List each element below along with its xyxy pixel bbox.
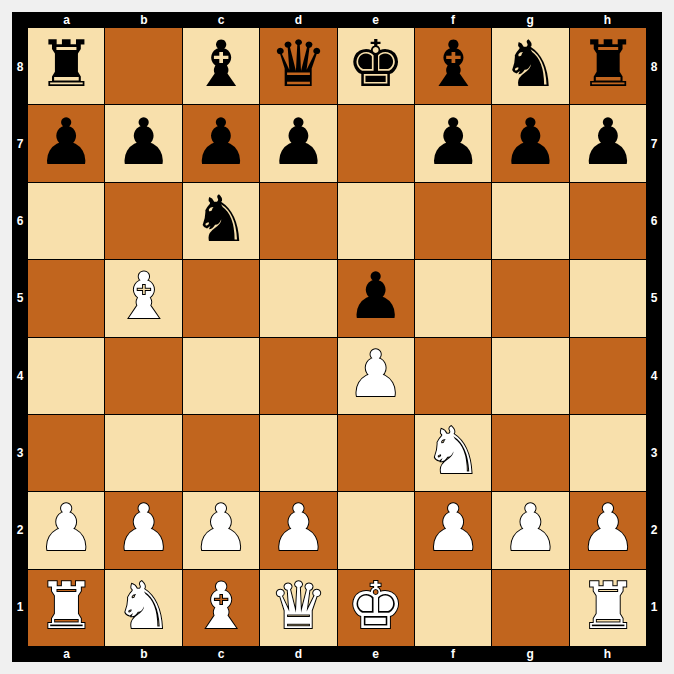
square-a2[interactable]: ♟ (28, 492, 104, 568)
square-h1[interactable]: ♜ (570, 570, 646, 646)
square-d8[interactable]: ♛ (260, 28, 336, 104)
square-b5[interactable]: ♝ (105, 260, 181, 336)
black-rook[interactable]: ♜ (579, 32, 636, 96)
white-pawn[interactable]: ♟ (347, 342, 404, 406)
file-labels-bottom: abcdefgh (28, 646, 646, 662)
black-king[interactable]: ♚ (347, 32, 404, 96)
white-rook[interactable]: ♜ (579, 574, 636, 638)
black-queen[interactable]: ♛ (270, 32, 327, 96)
chess-board: ♜♝♛♚♝♞♜♟♟♟♟♟♟♟♞♝♟♟♞♟♟♟♟♟♟♟♜♞♝♛♚♜ (28, 28, 646, 646)
rank-label-2: 2 (646, 492, 662, 569)
black-pawn[interactable]: ♟ (347, 264, 404, 328)
square-h3[interactable] (570, 415, 646, 491)
rank-label-3: 3 (646, 414, 662, 491)
square-c8[interactable]: ♝ (183, 28, 259, 104)
black-pawn[interactable]: ♟ (424, 110, 481, 174)
rank-label-8: 8 (12, 28, 28, 105)
square-f7[interactable]: ♟ (415, 105, 491, 181)
square-b8[interactable] (105, 28, 181, 104)
square-g7[interactable]: ♟ (492, 105, 568, 181)
rank-label-1: 1 (646, 569, 662, 646)
square-g4[interactable] (492, 338, 568, 414)
white-queen[interactable]: ♛ (270, 574, 327, 638)
square-f1[interactable] (415, 570, 491, 646)
square-e3[interactable] (338, 415, 414, 491)
rank-label-7: 7 (12, 105, 28, 182)
square-a5[interactable] (28, 260, 104, 336)
square-c1[interactable]: ♝ (183, 570, 259, 646)
black-rook[interactable]: ♜ (38, 32, 95, 96)
file-label-e: e (337, 646, 414, 662)
file-label-g: g (492, 12, 569, 28)
file-label-g: g (492, 646, 569, 662)
square-g6[interactable] (492, 183, 568, 259)
white-pawn[interactable]: ♟ (424, 496, 481, 560)
square-f5[interactable] (415, 260, 491, 336)
square-d5[interactable] (260, 260, 336, 336)
square-c3[interactable] (183, 415, 259, 491)
file-label-f: f (414, 646, 491, 662)
rank-label-2: 2 (12, 492, 28, 569)
file-label-d: d (260, 12, 337, 28)
square-f4[interactable] (415, 338, 491, 414)
black-pawn[interactable]: ♟ (115, 110, 172, 174)
white-bishop[interactable]: ♝ (192, 574, 249, 638)
square-a8[interactable]: ♜ (28, 28, 104, 104)
black-pawn[interactable]: ♟ (579, 110, 636, 174)
rank-labels-left: 87654321 (12, 28, 28, 646)
file-label-b: b (105, 646, 182, 662)
rank-label-5: 5 (12, 260, 28, 337)
white-rook[interactable]: ♜ (38, 574, 95, 638)
square-d4[interactable] (260, 338, 336, 414)
square-d6[interactable] (260, 183, 336, 259)
square-a3[interactable] (28, 415, 104, 491)
square-e4[interactable]: ♟ (338, 338, 414, 414)
square-g8[interactable]: ♞ (492, 28, 568, 104)
black-bishop[interactable]: ♝ (424, 32, 481, 96)
rank-label-4: 4 (646, 337, 662, 414)
square-b7[interactable]: ♟ (105, 105, 181, 181)
white-knight[interactable]: ♞ (424, 419, 481, 483)
file-label-a: a (28, 12, 105, 28)
white-pawn[interactable]: ♟ (502, 496, 559, 560)
black-pawn[interactable]: ♟ (270, 110, 327, 174)
square-e7[interactable] (338, 105, 414, 181)
square-c5[interactable] (183, 260, 259, 336)
black-pawn[interactable]: ♟ (192, 110, 249, 174)
white-pawn[interactable]: ♟ (192, 496, 249, 560)
file-label-f: f (414, 12, 491, 28)
black-knight[interactable]: ♞ (192, 187, 249, 251)
white-pawn[interactable]: ♟ (270, 496, 327, 560)
rank-labels-right: 87654321 (646, 28, 662, 646)
file-label-c: c (183, 646, 260, 662)
square-b3[interactable] (105, 415, 181, 491)
white-king[interactable]: ♚ (347, 574, 404, 638)
file-label-b: b (105, 12, 182, 28)
file-label-a: a (28, 646, 105, 662)
square-b1[interactable]: ♞ (105, 570, 181, 646)
square-g2[interactable]: ♟ (492, 492, 568, 568)
square-g5[interactable] (492, 260, 568, 336)
rank-label-6: 6 (646, 183, 662, 260)
square-f3[interactable]: ♞ (415, 415, 491, 491)
square-a1[interactable]: ♜ (28, 570, 104, 646)
square-e2[interactable] (338, 492, 414, 568)
black-pawn[interactable]: ♟ (502, 110, 559, 174)
square-c7[interactable]: ♟ (183, 105, 259, 181)
square-d1[interactable]: ♛ (260, 570, 336, 646)
white-bishop[interactable]: ♝ (115, 264, 172, 328)
file-label-e: e (337, 12, 414, 28)
white-pawn[interactable]: ♟ (38, 496, 95, 560)
square-b2[interactable]: ♟ (105, 492, 181, 568)
rank-label-3: 3 (12, 414, 28, 491)
rank-label-1: 1 (12, 569, 28, 646)
square-b6[interactable] (105, 183, 181, 259)
file-label-h: h (569, 646, 646, 662)
white-pawn[interactable]: ♟ (579, 496, 636, 560)
square-d3[interactable] (260, 415, 336, 491)
file-label-d: d (260, 646, 337, 662)
black-pawn[interactable]: ♟ (38, 110, 95, 174)
square-h6[interactable] (570, 183, 646, 259)
square-f6[interactable] (415, 183, 491, 259)
square-g1[interactable] (492, 570, 568, 646)
white-knight[interactable]: ♞ (115, 574, 172, 638)
black-bishop[interactable]: ♝ (192, 32, 249, 96)
square-e6[interactable] (338, 183, 414, 259)
square-d2[interactable]: ♟ (260, 492, 336, 568)
square-f8[interactable]: ♝ (415, 28, 491, 104)
rank-label-6: 6 (12, 183, 28, 260)
white-pawn[interactable]: ♟ (115, 496, 172, 560)
square-d7[interactable]: ♟ (260, 105, 336, 181)
square-g3[interactable] (492, 415, 568, 491)
square-a7[interactable]: ♟ (28, 105, 104, 181)
square-h4[interactable] (570, 338, 646, 414)
square-h5[interactable] (570, 260, 646, 336)
square-e8[interactable]: ♚ (338, 28, 414, 104)
square-h7[interactable]: ♟ (570, 105, 646, 181)
file-label-c: c (183, 12, 260, 28)
square-h8[interactable]: ♜ (570, 28, 646, 104)
black-knight[interactable]: ♞ (502, 32, 559, 96)
rank-label-7: 7 (646, 105, 662, 182)
square-c6[interactable]: ♞ (183, 183, 259, 259)
square-c2[interactable]: ♟ (183, 492, 259, 568)
square-h2[interactable]: ♟ (570, 492, 646, 568)
chess-board-frame: abcdefgh 87654321 87654321 abcdefgh ♜♝♛♚… (12, 12, 662, 662)
square-b4[interactable] (105, 338, 181, 414)
square-f2[interactable]: ♟ (415, 492, 491, 568)
file-label-h: h (569, 12, 646, 28)
square-e5[interactable]: ♟ (338, 260, 414, 336)
square-a6[interactable] (28, 183, 104, 259)
rank-label-4: 4 (12, 337, 28, 414)
rank-label-8: 8 (646, 28, 662, 105)
rank-label-5: 5 (646, 260, 662, 337)
file-labels-top: abcdefgh (28, 12, 646, 28)
square-c4[interactable] (183, 338, 259, 414)
square-a4[interactable] (28, 338, 104, 414)
square-e1[interactable]: ♚ (338, 570, 414, 646)
